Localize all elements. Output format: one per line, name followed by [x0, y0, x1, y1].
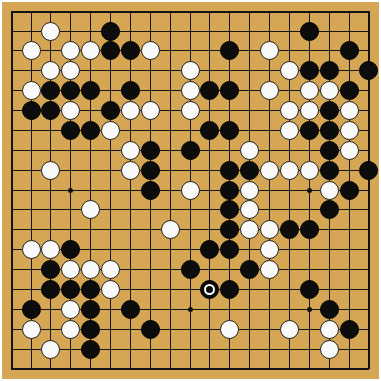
white-stone	[280, 61, 299, 80]
white-stone	[101, 280, 120, 299]
grid-line-vertical	[269, 11, 270, 370]
black-stone	[220, 81, 239, 100]
white-stone	[320, 340, 339, 359]
white-stone	[161, 220, 180, 239]
black-stone	[141, 320, 160, 339]
black-stone	[320, 121, 339, 140]
white-stone	[61, 260, 80, 279]
star-point	[307, 307, 312, 312]
black-stone	[141, 141, 160, 160]
black-stone	[200, 280, 219, 299]
black-stone	[220, 280, 239, 299]
white-stone	[41, 22, 60, 41]
black-stone	[220, 121, 239, 140]
white-stone	[260, 81, 279, 100]
white-stone	[340, 141, 359, 160]
white-stone	[320, 320, 339, 339]
black-stone	[280, 220, 299, 239]
black-stone	[41, 81, 60, 100]
grid-line-horizontal	[11, 368, 370, 370]
black-stone	[101, 101, 120, 120]
black-stone	[220, 41, 239, 60]
white-stone	[41, 340, 60, 359]
white-stone	[280, 101, 299, 120]
black-stone	[81, 280, 100, 299]
black-stone	[200, 240, 219, 259]
grid-line-horizontal	[11, 349, 370, 350]
black-stone	[81, 300, 100, 319]
black-stone	[300, 280, 319, 299]
white-stone	[61, 101, 80, 120]
black-stone	[200, 81, 219, 100]
black-stone	[300, 121, 319, 140]
black-stone	[22, 101, 41, 120]
black-stone	[320, 141, 339, 160]
white-stone	[260, 240, 279, 259]
black-stone	[81, 340, 100, 359]
white-stone	[121, 141, 140, 160]
white-stone	[240, 181, 259, 200]
white-stone	[300, 81, 319, 100]
white-stone	[260, 161, 279, 180]
go-app-window	[0, 0, 381, 381]
white-stone	[41, 240, 60, 259]
white-stone	[240, 200, 259, 219]
star-point	[307, 188, 312, 193]
white-stone	[141, 41, 160, 60]
black-stone	[320, 300, 339, 319]
black-stone	[320, 200, 339, 219]
white-stone	[61, 61, 80, 80]
white-stone	[101, 121, 120, 140]
black-stone	[359, 161, 378, 180]
black-stone	[320, 61, 339, 80]
black-stone	[220, 240, 239, 259]
star-point	[188, 307, 193, 312]
black-stone	[41, 260, 60, 279]
grid-line-vertical	[209, 11, 210, 370]
black-stone	[300, 61, 319, 80]
white-stone	[61, 300, 80, 319]
white-stone	[280, 121, 299, 140]
white-stone	[300, 161, 319, 180]
black-stone	[181, 141, 200, 160]
black-stone	[340, 181, 359, 200]
black-stone	[359, 61, 378, 80]
white-stone	[61, 41, 80, 60]
black-stone	[220, 220, 239, 239]
white-stone	[300, 101, 319, 120]
white-stone	[121, 101, 140, 120]
white-stone	[280, 161, 299, 180]
go-board[interactable]	[2, 2, 379, 379]
white-stone	[22, 240, 41, 259]
black-stone	[101, 41, 120, 60]
white-stone	[22, 41, 41, 60]
black-stone	[200, 121, 219, 140]
black-stone	[340, 41, 359, 60]
white-stone	[240, 220, 259, 239]
white-stone	[240, 141, 259, 160]
black-stone	[340, 81, 359, 100]
white-stone	[181, 101, 200, 120]
black-stone	[220, 200, 239, 219]
black-stone	[101, 22, 120, 41]
black-stone	[61, 280, 80, 299]
white-stone	[22, 81, 41, 100]
white-stone	[141, 101, 160, 120]
white-stone	[22, 320, 41, 339]
black-stone	[121, 300, 140, 319]
star-point	[68, 188, 73, 193]
white-stone	[340, 121, 359, 140]
white-stone	[41, 161, 60, 180]
white-stone	[181, 61, 200, 80]
black-stone	[141, 181, 160, 200]
white-stone	[81, 260, 100, 279]
black-stone	[61, 81, 80, 100]
white-stone	[320, 81, 339, 100]
white-stone	[280, 320, 299, 339]
black-stone	[81, 81, 100, 100]
black-stone	[81, 121, 100, 140]
white-stone	[121, 161, 140, 180]
black-stone	[340, 320, 359, 339]
black-stone	[61, 240, 80, 259]
black-stone	[240, 161, 259, 180]
black-stone	[22, 300, 41, 319]
white-stone	[260, 220, 279, 239]
black-stone	[121, 41, 140, 60]
white-stone	[61, 320, 80, 339]
white-stone	[101, 260, 120, 279]
white-stone	[181, 181, 200, 200]
white-stone	[41, 61, 60, 80]
grid-line-horizontal	[11, 209, 370, 210]
white-stone	[260, 41, 279, 60]
black-stone	[61, 121, 80, 140]
black-stone	[300, 220, 319, 239]
last-move-marker	[204, 284, 215, 295]
black-stone	[41, 101, 60, 120]
black-stone	[320, 161, 339, 180]
white-stone	[220, 320, 239, 339]
black-stone	[81, 320, 100, 339]
white-stone	[181, 81, 200, 100]
white-stone	[260, 260, 279, 279]
black-stone	[220, 181, 239, 200]
white-stone	[320, 181, 339, 200]
black-stone	[240, 260, 259, 279]
black-stone	[181, 260, 200, 279]
white-stone	[81, 200, 100, 219]
black-stone	[121, 81, 140, 100]
black-stone	[320, 101, 339, 120]
white-stone	[81, 41, 100, 60]
black-stone	[220, 161, 239, 180]
black-stone	[141, 161, 160, 180]
white-stone	[340, 101, 359, 120]
black-stone	[300, 22, 319, 41]
black-stone	[41, 280, 60, 299]
